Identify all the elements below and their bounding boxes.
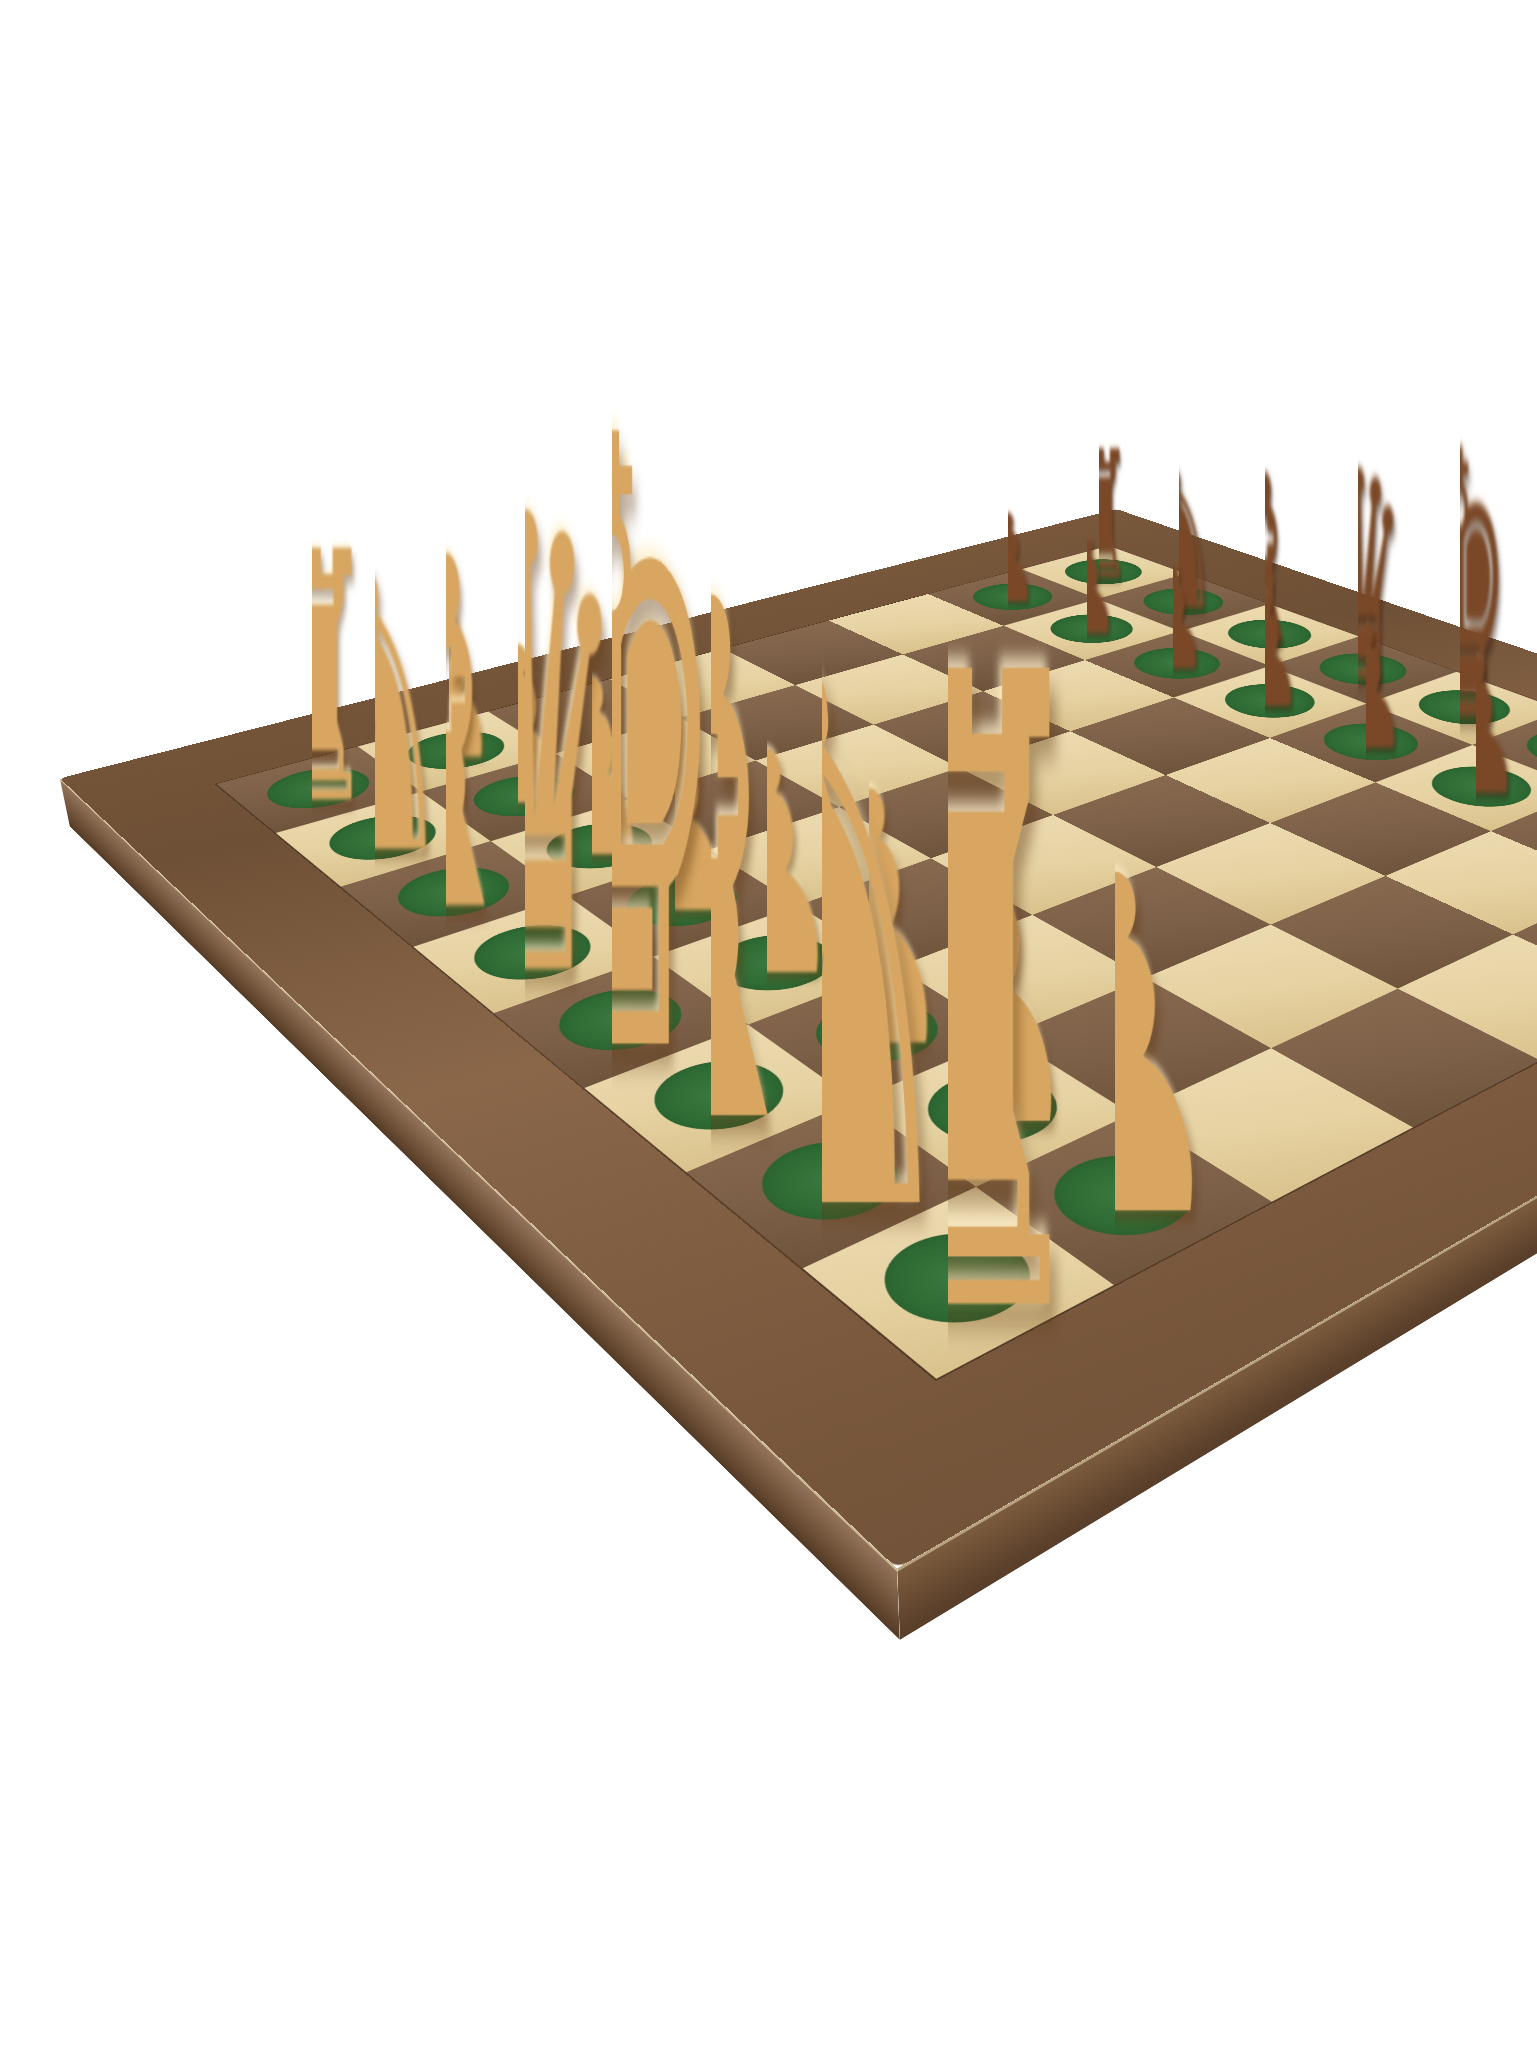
chess-board: ♜♞♝♛♚♝♞♜♟♟♟♟♟♟♟♟♟♟♟♟♟♟♟♟♜♞♝♛♚♝♞♜ (60, 509, 1537, 1568)
felt-base (1529, 805, 1537, 867)
black-bishop-glyph: ♝ (1525, 506, 1537, 804)
felt-base (856, 1217, 1060, 1342)
felt-base (736, 1127, 926, 1237)
felt-base (252, 760, 386, 817)
felt-base (607, 867, 758, 937)
felt-base (1207, 678, 1334, 725)
felt-base (1211, 614, 1328, 655)
felt-base (695, 924, 855, 1002)
felt-base (1049, 554, 1157, 589)
felt-base (1117, 642, 1238, 685)
felt-base (1026, 1141, 1220, 1253)
felt-base (902, 1060, 1083, 1159)
felt-base (631, 1048, 808, 1145)
felt-base (1412, 759, 1537, 815)
felt-base (391, 724, 521, 776)
white-bishop-glyph: ♝ (602, 513, 819, 1226)
felt-base (457, 768, 593, 826)
felt-base (1127, 583, 1240, 621)
square-f1: ♝ (584, 1025, 855, 1173)
felt-base (1034, 609, 1150, 649)
felt-base (313, 807, 454, 869)
chess-set-photo: ♜♞♝♛♚♝♞♜♟♟♟♟♟♟♟♟♟♟♟♟♟♟♟♟♜♞♝♛♚♝♞♜ (0, 0, 1537, 2048)
felt-base (792, 988, 962, 1075)
white-knight-glyph: ♞ (296, 521, 455, 909)
board-grid: ♜♞♝♛♚♝♞♜♟♟♟♟♟♟♟♟♟♟♟♟♟♟♟♟♜♞♝♛♚♝♞♜ (217, 546, 1537, 1379)
felt-base (957, 578, 1068, 615)
felt-base (1305, 716, 1438, 768)
white-rook-glyph: ♜ (248, 508, 375, 852)
